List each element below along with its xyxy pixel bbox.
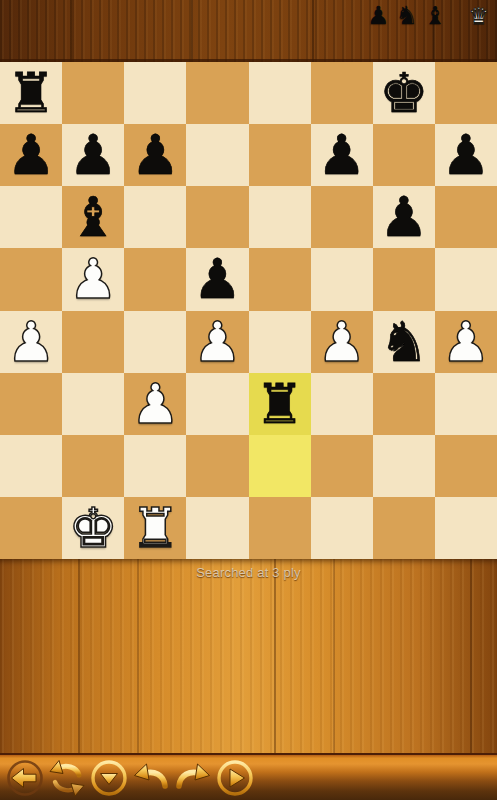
square-g3[interactable] — [373, 373, 435, 435]
square-d6[interactable] — [186, 186, 248, 248]
square-h4[interactable]: ♟ — [435, 311, 497, 373]
square-c7[interactable]: ♟ — [124, 124, 186, 186]
engine-status-text: Searched at 3 ply — [0, 565, 497, 580]
square-c6[interactable] — [124, 186, 186, 248]
swap-arrows-icon — [47, 758, 87, 798]
square-c8[interactable] — [124, 62, 186, 124]
square-f7[interactable]: ♟ — [311, 124, 373, 186]
lower-wood-panel: Searched at 3 ply — [0, 559, 497, 753]
captured-black-knight-icon: ♞ — [396, 1, 418, 31]
square-h2[interactable] — [435, 435, 497, 497]
square-e1[interactable] — [249, 497, 311, 559]
white-pawn-a4[interactable]: ♟ — [6, 311, 55, 373]
back-button[interactable] — [5, 758, 45, 798]
square-d3[interactable] — [186, 373, 248, 435]
black-pawn-h7[interactable]: ♟ — [441, 124, 490, 186]
white-pawn-f4[interactable]: ♟ — [317, 311, 366, 373]
square-e2[interactable] — [249, 435, 311, 497]
square-d4[interactable]: ♟ — [186, 311, 248, 373]
square-b8[interactable] — [62, 62, 124, 124]
white-rook-c1[interactable]: ♜ — [131, 497, 180, 559]
square-f1[interactable] — [311, 497, 373, 559]
redo-button[interactable] — [173, 758, 213, 798]
hide-panel-button[interactable] — [89, 758, 129, 798]
square-f4[interactable]: ♟ — [311, 311, 373, 373]
square-a2[interactable] — [0, 435, 62, 497]
square-e8[interactable] — [249, 62, 311, 124]
square-b2[interactable] — [62, 435, 124, 497]
square-a7[interactable]: ♟ — [0, 124, 62, 186]
chevron-down-circle-icon — [89, 758, 129, 798]
square-h5[interactable] — [435, 248, 497, 310]
square-a4[interactable]: ♟ — [0, 311, 62, 373]
white-pawn-c3[interactable]: ♟ — [131, 373, 180, 435]
square-e3[interactable]: ♜ — [249, 373, 311, 435]
black-bishop-b6[interactable]: ♝ — [69, 186, 118, 248]
captured-pieces-row: ♟♞♝ ♛ — [367, 0, 497, 31]
square-f2[interactable] — [311, 435, 373, 497]
square-c5[interactable] — [124, 248, 186, 310]
square-b3[interactable] — [62, 373, 124, 435]
square-b7[interactable]: ♟ — [62, 124, 124, 186]
captured-black-pawn-icon: ♟ — [367, 1, 389, 31]
square-f5[interactable] — [311, 248, 373, 310]
undo-button[interactable] — [131, 758, 171, 798]
square-g7[interactable] — [373, 124, 435, 186]
black-pawn-c7[interactable]: ♟ — [131, 124, 180, 186]
white-pawn-d4[interactable]: ♟ — [193, 311, 242, 373]
captured-black-pieces: ♟♞♝ — [367, 1, 446, 31]
square-d7[interactable] — [186, 124, 248, 186]
square-a6[interactable] — [0, 186, 62, 248]
square-a8[interactable]: ♜ — [0, 62, 62, 124]
square-h7[interactable]: ♟ — [435, 124, 497, 186]
square-f3[interactable] — [311, 373, 373, 435]
black-knight-g4[interactable]: ♞ — [379, 311, 428, 373]
square-h6[interactable] — [435, 186, 497, 248]
square-c1[interactable]: ♜ — [124, 497, 186, 559]
square-d5[interactable]: ♟ — [186, 248, 248, 310]
black-pawn-d5[interactable]: ♟ — [193, 248, 242, 310]
square-d2[interactable] — [186, 435, 248, 497]
black-rook-e3[interactable]: ♜ — [255, 373, 304, 435]
square-g6[interactable]: ♟ — [373, 186, 435, 248]
square-d8[interactable] — [186, 62, 248, 124]
black-rook-a8[interactable]: ♜ — [6, 62, 55, 124]
square-a1[interactable] — [0, 497, 62, 559]
square-d1[interactable] — [186, 497, 248, 559]
square-c3[interactable]: ♟ — [124, 373, 186, 435]
square-b4[interactable] — [62, 311, 124, 373]
square-e5[interactable] — [249, 248, 311, 310]
square-g8[interactable]: ♚ — [373, 62, 435, 124]
black-pawn-g6[interactable]: ♟ — [379, 186, 428, 248]
black-king-g8[interactable]: ♚ — [379, 62, 428, 124]
curved-arrow-right-icon — [173, 758, 213, 798]
square-c2[interactable] — [124, 435, 186, 497]
square-f8[interactable] — [311, 62, 373, 124]
play-circle-icon — [215, 758, 255, 798]
square-h8[interactable] — [435, 62, 497, 124]
white-pawn-b5[interactable]: ♟ — [69, 248, 118, 310]
white-pawn-h4[interactable]: ♟ — [441, 311, 490, 373]
square-g1[interactable] — [373, 497, 435, 559]
square-g5[interactable] — [373, 248, 435, 310]
captured-white-queen-icon: ♛ — [468, 1, 489, 31]
top-bar: ♟♞♝ ♛ — [0, 0, 497, 62]
curved-arrow-left-icon — [131, 758, 171, 798]
captured-white-pieces: ♛ — [446, 1, 489, 31]
square-g4[interactable]: ♞ — [373, 311, 435, 373]
flip-board-button[interactable] — [47, 758, 87, 798]
white-king-b1[interactable]: ♚ — [69, 497, 118, 559]
square-a5[interactable] — [0, 248, 62, 310]
square-e7[interactable] — [249, 124, 311, 186]
chess-board[interactable]: ♜♚♟♟♟♟♟♝♟♟♟♟♟♟♞♟♟♜♚♜ — [0, 62, 497, 559]
square-c4[interactable] — [124, 311, 186, 373]
square-f6[interactable] — [311, 186, 373, 248]
black-pawn-a7[interactable]: ♟ — [6, 124, 55, 186]
arrow-left-circle-icon — [5, 758, 45, 798]
square-e6[interactable] — [249, 186, 311, 248]
square-b1[interactable]: ♚ — [62, 497, 124, 559]
black-pawn-b7[interactable]: ♟ — [69, 124, 118, 186]
square-a3[interactable] — [0, 373, 62, 435]
square-h3[interactable] — [435, 373, 497, 435]
square-b5[interactable]: ♟ — [62, 248, 124, 310]
chess-app-screen: ♟♞♝ ♛ ♜♚♟♟♟♟♟♝♟♟♟♟♟♟♞♟♟♜♚♜ Searched at 3… — [0, 0, 497, 800]
square-g2[interactable] — [373, 435, 435, 497]
square-e4[interactable] — [249, 311, 311, 373]
captured-black-bishop-icon: ♝ — [424, 1, 446, 31]
bottom-toolbar — [0, 753, 497, 800]
play-button[interactable] — [215, 758, 255, 798]
square-h1[interactable] — [435, 497, 497, 559]
black-pawn-f7[interactable]: ♟ — [317, 124, 366, 186]
square-b6[interactable]: ♝ — [62, 186, 124, 248]
